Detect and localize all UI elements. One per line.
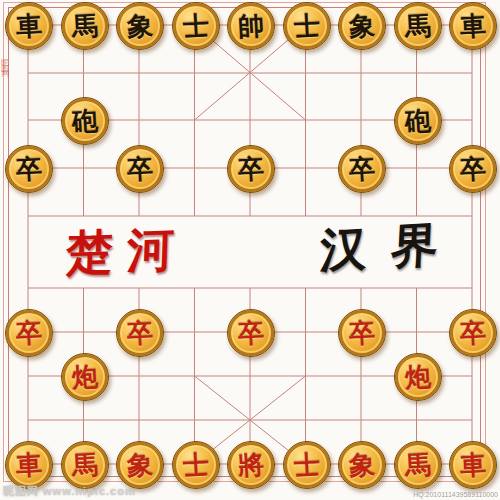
red-advisor[interactable]: 士 [283,441,331,489]
red-general[interactable]: 將 [227,441,275,489]
piece-character: 帥 [237,12,264,39]
river-label-chu-he: 楚河 [65,218,189,285]
piece-character: 炮 [71,363,98,390]
piece-character: 士 [293,451,320,478]
black-cannon[interactable]: 砲 [394,97,442,145]
black-soldier[interactable]: 卒 [5,145,53,193]
red-horse[interactable]: 馬 [61,441,109,489]
black-horse[interactable]: 馬 [394,2,442,50]
piece-character: 卒 [459,155,486,182]
piece-character: 士 [182,12,209,39]
river-label-han-jie: 汉界 [318,212,463,283]
piece-character: 卒 [126,155,153,182]
piece-character: 象 [126,451,153,478]
piece-character: 將 [237,451,264,478]
black-elephant[interactable]: 象 [338,2,386,50]
piece-character: 車 [459,451,486,478]
red-cannon[interactable]: 炮 [61,353,109,401]
piece-character: 車 [15,451,42,478]
red-chariot[interactable]: 車 [5,441,53,489]
piece-character: 卒 [459,319,486,346]
black-soldier[interactable]: 卒 [449,145,497,193]
piece-character: 象 [126,12,153,39]
piece-character: 砲 [404,107,431,134]
piece-character: 卒 [348,155,375,182]
piece-character: 車 [15,12,42,39]
red-chariot[interactable]: 車 [449,441,497,489]
piece-character: 馬 [404,12,431,39]
red-horse[interactable]: 馬 [394,441,442,489]
piece-character: 砲 [71,107,98,134]
black-advisor[interactable]: 士 [172,2,220,50]
black-chariot[interactable]: 車 [449,2,497,50]
black-soldier[interactable]: 卒 [227,145,275,193]
red-elephant[interactable]: 象 [338,441,386,489]
black-elephant[interactable]: 象 [116,2,164,50]
piece-character: 士 [293,12,320,39]
piece-character: 卒 [237,319,264,346]
xiangqi-board: 楚河 汉界 車馬象士帥士象馬車砲砲卒卒卒卒卒卒卒卒卒卒炮炮車馬象士將士象馬車 昵… [0,0,500,500]
piece-character: 卒 [15,155,42,182]
piece-character: 馬 [404,451,431,478]
red-soldier[interactable]: 卒 [338,309,386,357]
black-horse[interactable]: 馬 [61,2,109,50]
piece-character: 象 [348,451,375,478]
piece-character: 士 [182,451,209,478]
black-soldier[interactable]: 卒 [116,145,164,193]
piece-character: 車 [459,12,486,39]
piece-character: 卒 [237,155,264,182]
piece-character: 象 [348,12,375,39]
black-soldier[interactable]: 卒 [338,145,386,193]
piece-character: 馬 [71,451,98,478]
red-elephant[interactable]: 象 [116,441,164,489]
piece-character: 炮 [404,363,431,390]
black-general[interactable]: 帥 [227,2,275,50]
red-advisor[interactable]: 士 [172,441,220,489]
piece-character: 卒 [126,319,153,346]
piece-character: 卒 [348,319,375,346]
red-soldier[interactable]: 卒 [449,309,497,357]
red-soldier[interactable]: 卒 [227,309,275,357]
piece-character: 馬 [71,12,98,39]
red-soldier[interactable]: 卒 [116,309,164,357]
piece-character: 卒 [15,319,42,346]
black-advisor[interactable]: 士 [283,2,331,50]
black-chariot[interactable]: 車 [5,2,53,50]
red-cannon[interactable]: 炮 [394,353,442,401]
black-cannon[interactable]: 砲 [61,97,109,145]
red-soldier[interactable]: 卒 [5,309,53,357]
